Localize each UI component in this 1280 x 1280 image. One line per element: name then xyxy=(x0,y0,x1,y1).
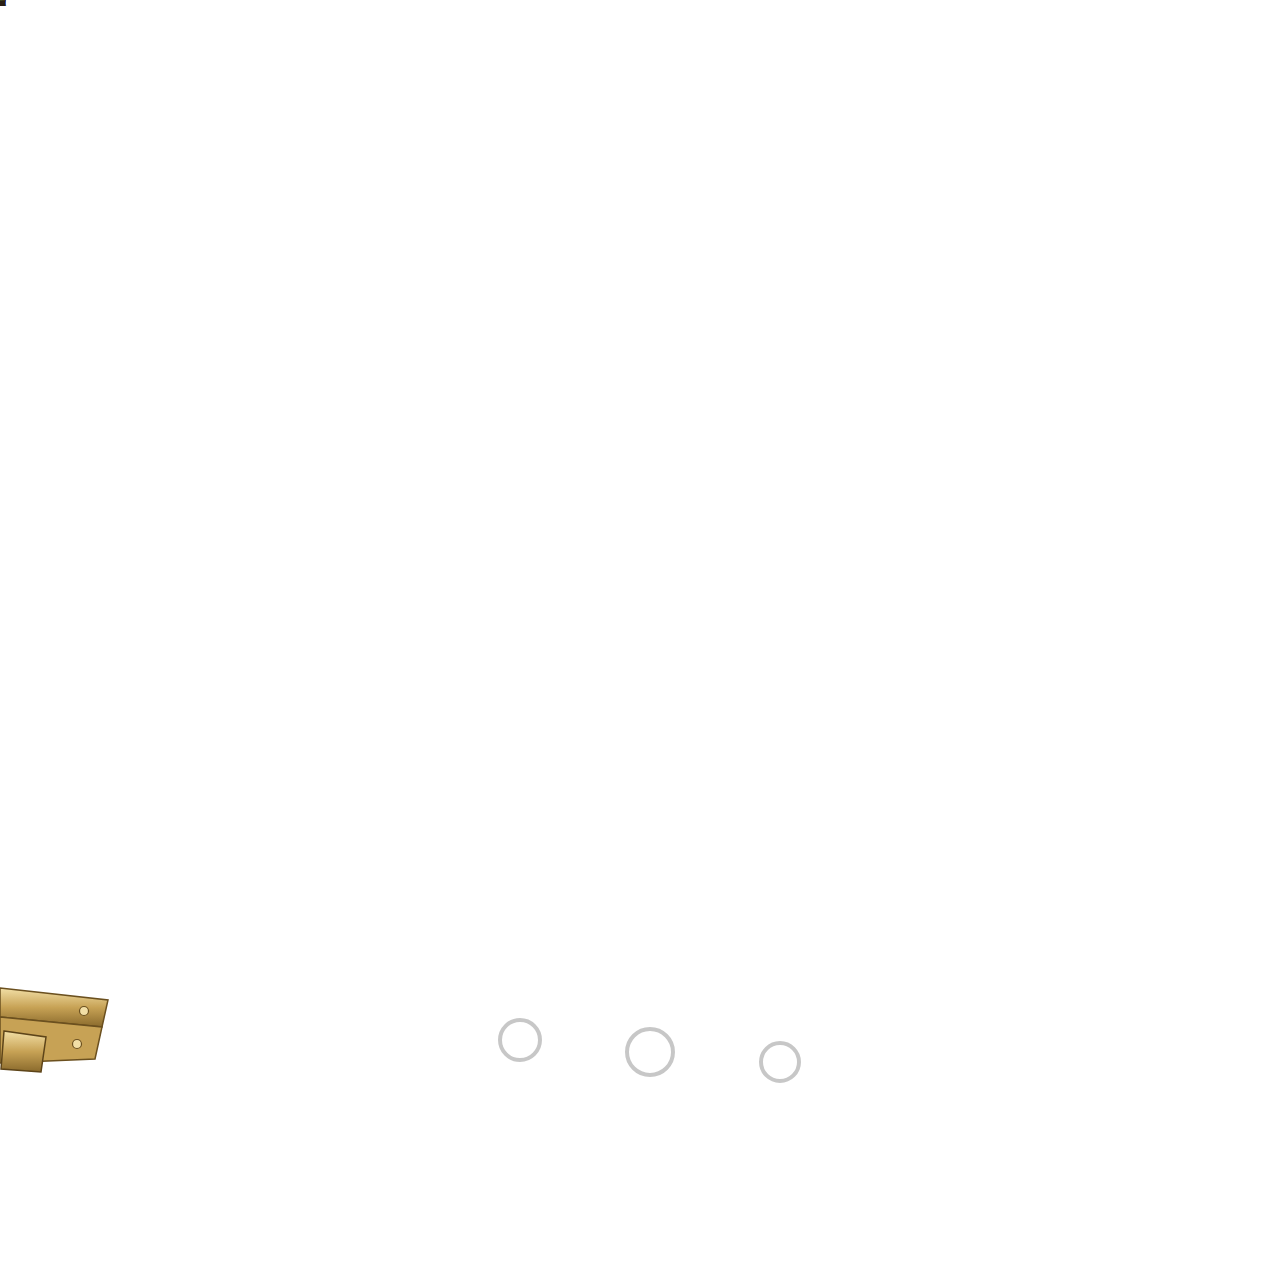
chess-set-photo: ABCDEFGH12345678 ♜♞♝♛♚♝♞♜♟♟♟♟♟♟♟♟♟♟♟♟♟♟♟… xyxy=(0,0,1280,1280)
carving-swirl xyxy=(500,1020,540,1060)
carving-swirl xyxy=(627,1029,673,1075)
clasp xyxy=(0,988,108,1072)
rank-label: 8 xyxy=(0,0,6,10)
carving-swirl xyxy=(761,1043,799,1081)
chess-board: ABCDEFGH12345678 xyxy=(0,0,1280,1280)
